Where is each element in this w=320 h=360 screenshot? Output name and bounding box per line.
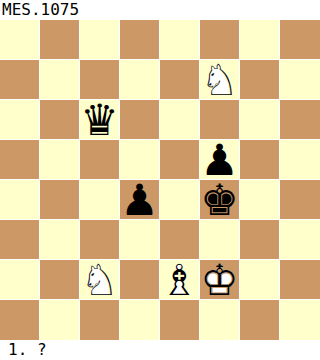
white-knight-piece: ♞︎♘︎ <box>80 260 119 300</box>
square-e7[interactable] <box>160 60 200 100</box>
square-e5[interactable] <box>160 140 200 180</box>
square-b6[interactable] <box>40 100 80 140</box>
square-a3[interactable] <box>0 220 40 260</box>
square-g3[interactable] <box>240 220 280 260</box>
square-f6[interactable] <box>200 100 240 140</box>
square-b5[interactable] <box>40 140 80 180</box>
square-b4[interactable] <box>40 180 80 220</box>
square-g1[interactable] <box>240 300 280 340</box>
square-g7[interactable] <box>240 60 280 100</box>
square-e1[interactable] <box>160 300 200 340</box>
square-e8[interactable] <box>160 20 200 60</box>
square-d5[interactable] <box>120 140 160 180</box>
square-h5[interactable] <box>280 140 320 180</box>
square-h7[interactable] <box>280 60 320 100</box>
black-pawn-piece: ♟︎ <box>120 180 159 220</box>
puzzle-id: MES.1075 <box>0 0 320 20</box>
square-e3[interactable] <box>160 220 200 260</box>
black-pawn-piece: ♟︎ <box>200 140 239 180</box>
square-f8[interactable] <box>200 20 240 60</box>
square-h1[interactable] <box>280 300 320 340</box>
square-d3[interactable] <box>120 220 160 260</box>
square-g6[interactable] <box>240 100 280 140</box>
white-knight-piece: ♞︎♘︎ <box>200 60 239 100</box>
square-b7[interactable] <box>40 60 80 100</box>
square-e6[interactable] <box>160 100 200 140</box>
square-a1[interactable] <box>0 300 40 340</box>
square-d8[interactable] <box>120 20 160 60</box>
square-d2[interactable] <box>120 260 160 300</box>
square-g4[interactable] <box>240 180 280 220</box>
square-c5[interactable] <box>80 140 120 180</box>
square-b1[interactable] <box>40 300 80 340</box>
square-c8[interactable] <box>80 20 120 60</box>
square-d1[interactable] <box>120 300 160 340</box>
square-a6[interactable] <box>0 100 40 140</box>
square-c4[interactable] <box>80 180 120 220</box>
square-h2[interactable] <box>280 260 320 300</box>
square-c3[interactable] <box>80 220 120 260</box>
square-a7[interactable] <box>0 60 40 100</box>
square-b2[interactable] <box>40 260 80 300</box>
square-a8[interactable] <box>0 20 40 60</box>
square-f5[interactable]: ♟︎ <box>200 140 240 180</box>
square-f2[interactable]: ♚︎♔︎ <box>200 260 240 300</box>
square-c1[interactable] <box>80 300 120 340</box>
square-g8[interactable] <box>240 20 280 60</box>
square-f3[interactable] <box>200 220 240 260</box>
move-prompt: 1. ? <box>0 340 320 360</box>
square-d7[interactable] <box>120 60 160 100</box>
white-king-piece: ♚︎♔︎ <box>200 260 239 300</box>
black-king-piece: ♚︎ <box>200 180 239 220</box>
square-f7[interactable]: ♞︎♘︎ <box>200 60 240 100</box>
square-a2[interactable] <box>0 260 40 300</box>
square-c7[interactable] <box>80 60 120 100</box>
square-f4[interactable]: ♚︎ <box>200 180 240 220</box>
black-queen-piece: ♛︎ <box>80 100 119 140</box>
square-c2[interactable]: ♞︎♘︎ <box>80 260 120 300</box>
square-a4[interactable] <box>0 180 40 220</box>
square-d4[interactable]: ♟︎ <box>120 180 160 220</box>
square-g5[interactable] <box>240 140 280 180</box>
square-b8[interactable] <box>40 20 80 60</box>
white-bishop-piece: ♝︎♗︎ <box>160 260 199 300</box>
square-f1[interactable] <box>200 300 240 340</box>
square-d6[interactable] <box>120 100 160 140</box>
square-h4[interactable] <box>280 180 320 220</box>
square-b3[interactable] <box>40 220 80 260</box>
square-h8[interactable] <box>280 20 320 60</box>
square-e2[interactable]: ♝︎♗︎ <box>160 260 200 300</box>
square-h6[interactable] <box>280 100 320 140</box>
square-c6[interactable]: ♛︎ <box>80 100 120 140</box>
square-a5[interactable] <box>0 140 40 180</box>
square-g2[interactable] <box>240 260 280 300</box>
square-e4[interactable] <box>160 180 200 220</box>
chess-board: ♞︎♘︎♛︎♟︎♟︎♚︎♞︎♘︎♝︎♗︎♚︎♔︎ <box>0 20 320 340</box>
square-h3[interactable] <box>280 220 320 260</box>
